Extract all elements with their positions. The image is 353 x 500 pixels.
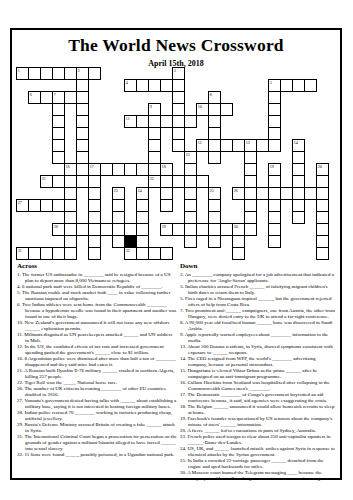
grid-cell[interactable]: [292, 211, 305, 224]
cell-number: 9: [150, 104, 152, 109]
grid-cell[interactable]: [64, 247, 77, 260]
clue-across-11: 11. Militants disguised as UN peacekeepe…: [17, 332, 177, 343]
cell-number: 31: [18, 248, 22, 253]
grid-cell[interactable]: [268, 235, 281, 248]
clue-across-31: 31. The International Criminal Court beg…: [17, 434, 177, 451]
grid-cell[interactable]: [304, 79, 317, 92]
grid-cell[interactable]: [160, 247, 173, 260]
clue-down-13: 13. About 500 Douma residents, in Syria,…: [180, 344, 336, 355]
clue-down-23: 23. French police used teargas to clear …: [180, 434, 336, 445]
clue-across-10: 10. New Zealand's government announced i…: [17, 320, 177, 331]
cell-number: 12: [198, 140, 202, 145]
cell-number: 5: [270, 80, 272, 85]
cell-number: 20: [318, 164, 322, 169]
grid-cell[interactable]: [184, 235, 197, 248]
puzzle-frame: The World News Crossword April 15th, 201…: [10, 28, 342, 480]
clue-across-6: 6. Two Indian athletes were sent home fr…: [17, 302, 177, 319]
cell-number: 8: [210, 92, 212, 97]
down-heading: Down: [180, 262, 198, 270]
grid-cell[interactable]: [220, 103, 233, 116]
clue-down-15: 15. Hungarians re-elected Viktor Orban a…: [180, 368, 336, 379]
clue-across-16: 16. 8 Argentinian police were dismissed …: [17, 356, 177, 367]
clue-down-9: 9. Apple reportedly warned employees abo…: [180, 332, 336, 343]
clue-down-24: 24. US, UK, and ______ launched missile …: [180, 446, 336, 457]
cell-number: 32: [126, 248, 130, 253]
grid-cell[interactable]: [208, 235, 221, 248]
clue-down-25: 25. In India a crowded 22-carriage passe…: [180, 458, 336, 469]
cell-number: 15: [186, 152, 190, 157]
grid-cell[interactable]: [232, 247, 245, 260]
clue-down-3: 3. Italian charities accused French ____…: [180, 284, 336, 295]
cell-number: 21: [42, 176, 46, 181]
grid-cell[interactable]: [160, 199, 173, 212]
clue-across-32: 32. 11 lions were found _____, possibly …: [17, 452, 177, 458]
cell-number: 6: [30, 92, 32, 97]
cell-number: 7: [54, 92, 56, 97]
cell-number: 30: [234, 224, 238, 229]
clue-down-17: 17. The Democratic ________ of Congo's g…: [180, 392, 336, 403]
clue-across-21: 21. A Russian-built Ilyushin Il-76 milit…: [17, 368, 177, 379]
cell-number: 3: [174, 68, 176, 73]
cell-number: 22: [150, 176, 154, 181]
clue-across-28: 28. Indian police rescued 70 ________ wo…: [17, 410, 177, 421]
across-heading: Across: [17, 262, 37, 270]
cell-number: 27: [18, 200, 22, 205]
grid-cell[interactable]: [88, 67, 101, 80]
cell-number: 24: [138, 188, 142, 193]
clue-down-16: 16. Callum Hawkins from Scotland was hos…: [180, 380, 336, 391]
cell-number: 13: [246, 140, 250, 145]
cell-number: 29: [162, 224, 166, 229]
down-clue-list: 2. An ________ company apologised for a …: [180, 272, 336, 482]
clue-across-1: 1. The former US ambassador in ________ …: [17, 272, 177, 283]
cell-number: 11: [126, 116, 130, 121]
clue-down-18: 18. The Belgian ______ announced it woul…: [180, 404, 336, 415]
cell-number: 16: [66, 164, 70, 169]
crossword-grid[interactable]: 1234567891011121314151617181920212223242…: [16, 67, 330, 261]
cell-number: 17: [90, 164, 94, 169]
clue-down-7: 7. Two prominent anti-______ campaigners…: [180, 308, 336, 319]
cell-number: 14: [294, 140, 298, 145]
grid-cell[interactable]: [316, 247, 329, 260]
cell-number: 25: [210, 188, 214, 193]
clue-down-8: 8. A 90,000 year old fossilised human __…: [180, 320, 336, 331]
cell-number: 18: [162, 164, 166, 169]
clue-across-22: 22. Tiger Roll won the _____ National ho…: [17, 380, 177, 386]
cell-number: 26: [234, 188, 238, 193]
clue-down-5: 5. Fires raged in a Nicaraguan tropical …: [180, 296, 336, 307]
cell-number: 19: [270, 164, 274, 169]
clue-down-2: 2. An ________ company apologised for a …: [180, 272, 336, 283]
cell-number: 4: [126, 80, 128, 85]
clue-across-5: 5. The Russian rouble and stock market b…: [17, 290, 177, 301]
clue-down-14: 14. The CEO resigned from WPP, the world…: [180, 356, 336, 367]
clue-down-20: 20. A fierce ______ led to evacuations i…: [180, 428, 336, 434]
cell-number: 1: [18, 68, 20, 73]
grid-cell[interactable]: [268, 139, 281, 152]
clue-across-4: 4. 6 national park staff were killed in …: [17, 284, 177, 290]
clue-across-12: 12. In the US, the combined effects of t…: [17, 344, 177, 355]
across-clue-list: 1. The former US ambassador in ________ …: [17, 272, 177, 458]
cell-number: 28: [54, 224, 58, 229]
puzzle-title: The World News Crossword: [12, 35, 340, 56]
clue-across-26: 26. The number of UK citizens becoming _…: [17, 386, 177, 397]
cell-number: 23: [114, 188, 118, 193]
cell-number: 2: [78, 68, 80, 73]
grid-cell[interactable]: [208, 151, 221, 164]
grid-cell[interactable]: [88, 247, 101, 260]
cell-number: 10: [198, 104, 202, 109]
clue-down-30: 30. A Moscow court banned the Telegram m…: [180, 470, 336, 481]
clue-across-29: 29. Russia's Defence Ministry accused Br…: [17, 422, 177, 433]
grid-cell[interactable]: [184, 115, 197, 128]
clue-across-27: 27. Vanuatu's government denied having t…: [17, 398, 177, 409]
clue-down-19: 19. Facebook's founder was questioned by…: [180, 416, 336, 427]
grid-cell[interactable]: [244, 223, 257, 236]
